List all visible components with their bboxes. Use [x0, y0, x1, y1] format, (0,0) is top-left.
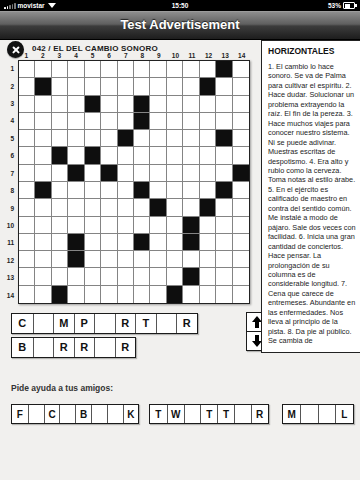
letter-tile: R [115, 338, 136, 357]
clock-label: 15:50 [0, 2, 360, 9]
white-cell[interactable] [118, 96, 134, 113]
white-cell[interactable] [233, 78, 249, 95]
letter-tile: M [53, 314, 74, 333]
letter-tile: T [150, 405, 167, 423]
white-cell[interactable] [216, 268, 232, 285]
white-cell[interactable] [85, 251, 101, 268]
white-cell[interactable] [118, 113, 134, 130]
share-word-twitter[interactable]: TWTTR [149, 404, 269, 424]
black-cell [134, 182, 150, 199]
white-cell[interactable] [19, 130, 35, 147]
white-cell[interactable] [19, 96, 35, 113]
white-cell[interactable] [19, 217, 35, 234]
white-cell[interactable] [167, 251, 183, 268]
black-cell [68, 251, 84, 268]
white-cell[interactable] [134, 147, 150, 164]
white-cell[interactable] [183, 165, 199, 182]
white-cell[interactable] [167, 61, 183, 78]
white-cell[interactable] [167, 130, 183, 147]
black-cell [52, 286, 68, 303]
white-cell[interactable] [216, 199, 232, 216]
white-cell[interactable] [118, 286, 134, 303]
letter-tile [59, 405, 75, 423]
letter-tile: T [217, 405, 234, 423]
col-label: 8 [134, 52, 151, 59]
row-label: 12 [0, 252, 15, 269]
white-cell[interactable] [101, 217, 117, 234]
col-label: 2 [35, 52, 52, 59]
white-cell[interactable] [52, 113, 68, 130]
white-cell[interactable] [68, 96, 84, 113]
white-cell[interactable] [183, 182, 199, 199]
white-cell[interactable] [167, 113, 183, 130]
white-cell[interactable] [233, 234, 249, 251]
white-cell[interactable] [52, 234, 68, 251]
black-cell [233, 165, 249, 182]
white-cell[interactable] [85, 61, 101, 78]
white-cell[interactable] [101, 130, 117, 147]
black-cell [68, 165, 84, 182]
white-cell[interactable] [200, 113, 216, 130]
white-cell[interactable] [150, 61, 166, 78]
row-label: 1 [0, 60, 15, 77]
white-cell[interactable] [68, 61, 84, 78]
white-cell[interactable] [19, 182, 35, 199]
letter-tile: M [283, 405, 300, 423]
letter-tile: P [74, 314, 95, 333]
white-cell[interactable] [183, 96, 199, 113]
white-cell[interactable] [118, 199, 134, 216]
share-word-mail[interactable]: ML [282, 404, 354, 424]
white-cell[interactable] [118, 234, 134, 251]
white-cell[interactable] [19, 268, 35, 285]
white-cell[interactable] [118, 78, 134, 95]
letter-tile: T [200, 405, 217, 423]
col-label: 5 [84, 52, 101, 59]
letter-tile: B [12, 338, 33, 357]
white-cell[interactable] [233, 113, 249, 130]
col-label: 1 [18, 52, 35, 59]
white-cell[interactable] [150, 147, 166, 164]
status-bar: movistar 15:50 53% [0, 0, 360, 11]
crossword-grid[interactable] [18, 60, 250, 304]
black-cell [68, 234, 84, 251]
white-cell[interactable] [233, 130, 249, 147]
letter-tile: R [251, 405, 268, 423]
col-labels: 1234567891011121314 [18, 52, 250, 59]
white-cell[interactable] [101, 78, 117, 95]
white-cell[interactable] [101, 113, 117, 130]
white-cell[interactable] [35, 217, 51, 234]
white-cell[interactable] [85, 130, 101, 147]
white-cell[interactable] [68, 286, 84, 303]
letter-tile [91, 405, 107, 423]
answer-strip-2: BRRR [11, 337, 136, 358]
white-cell[interactable] [118, 182, 134, 199]
black-cell [134, 234, 150, 251]
white-cell[interactable] [85, 217, 101, 234]
white-cell[interactable] [167, 96, 183, 113]
black-cell [216, 130, 232, 147]
white-cell[interactable] [216, 78, 232, 95]
white-cell[interactable] [150, 234, 166, 251]
white-cell[interactable] [52, 96, 68, 113]
letter-tile: R [74, 338, 95, 357]
white-cell[interactable] [35, 234, 51, 251]
white-cell[interactable] [200, 182, 216, 199]
black-cell [85, 96, 101, 113]
black-cell [167, 286, 183, 303]
white-cell[interactable] [68, 130, 84, 147]
ad-banner[interactable]: Test Advertisement [0, 11, 360, 40]
col-label: 11 [184, 52, 201, 59]
white-cell[interactable] [167, 268, 183, 285]
letter-tile [300, 405, 317, 423]
white-cell[interactable] [167, 182, 183, 199]
letter-tile: T [135, 314, 156, 333]
col-label: 7 [117, 52, 134, 59]
col-label: 10 [167, 52, 184, 59]
white-cell[interactable] [233, 268, 249, 285]
black-cell [200, 78, 216, 95]
white-cell[interactable] [183, 113, 199, 130]
white-cell[interactable] [52, 217, 68, 234]
letter-tile [33, 314, 54, 333]
white-cell[interactable] [19, 165, 35, 182]
white-cell[interactable] [19, 199, 35, 216]
row-label: 6 [0, 147, 15, 164]
white-cell[interactable] [183, 199, 199, 216]
letter-tile [28, 405, 44, 423]
white-cell[interactable] [134, 61, 150, 78]
white-cell[interactable] [52, 165, 68, 182]
share-label: Pide ayuda a tus amigos: [11, 383, 113, 393]
row-label: 3 [0, 95, 15, 112]
letter-tile [318, 405, 335, 423]
black-cell [183, 234, 199, 251]
white-cell[interactable] [183, 130, 199, 147]
white-cell[interactable] [118, 217, 134, 234]
white-cell[interactable] [134, 286, 150, 303]
col-label: 14 [233, 52, 250, 59]
white-cell[interactable] [233, 286, 249, 303]
white-cell[interactable] [150, 78, 166, 95]
white-cell[interactable] [52, 130, 68, 147]
white-cell[interactable] [118, 147, 134, 164]
white-cell[interactable] [35, 199, 51, 216]
white-cell[interactable] [19, 286, 35, 303]
white-cell[interactable] [200, 286, 216, 303]
white-cell[interactable] [200, 234, 216, 251]
white-cell[interactable] [85, 78, 101, 95]
white-cell[interactable] [68, 217, 84, 234]
white-cell[interactable] [35, 268, 51, 285]
white-cell[interactable] [216, 217, 232, 234]
white-cell[interactable] [134, 78, 150, 95]
white-cell[interactable] [134, 251, 150, 268]
white-cell[interactable] [233, 182, 249, 199]
white-cell[interactable] [216, 165, 232, 182]
white-cell[interactable] [167, 78, 183, 95]
white-cell[interactable] [85, 268, 101, 285]
white-cell[interactable] [200, 217, 216, 234]
white-cell[interactable] [85, 113, 101, 130]
white-cell[interactable] [216, 286, 232, 303]
white-cell[interactable] [52, 268, 68, 285]
white-cell[interactable] [52, 78, 68, 95]
white-cell[interactable] [233, 147, 249, 164]
black-cell [118, 130, 134, 147]
white-cell[interactable] [134, 130, 150, 147]
white-cell[interactable] [150, 251, 166, 268]
black-cell [200, 199, 216, 216]
letter-tile: R [176, 314, 197, 333]
white-cell[interactable] [19, 147, 35, 164]
white-cell[interactable] [183, 147, 199, 164]
white-cell[interactable] [35, 251, 51, 268]
letter-tile [33, 338, 54, 357]
white-cell[interactable] [233, 61, 249, 78]
black-cell [183, 217, 199, 234]
white-cell[interactable] [85, 165, 101, 182]
answer-strip-1: CMPRTR [11, 313, 198, 334]
black-cell [101, 165, 117, 182]
white-cell[interactable] [19, 113, 35, 130]
white-cell[interactable] [68, 268, 84, 285]
white-cell[interactable] [216, 96, 232, 113]
battery-icon [343, 2, 355, 9]
white-cell[interactable] [183, 286, 199, 303]
white-cell[interactable] [216, 147, 232, 164]
white-cell[interactable] [101, 182, 117, 199]
white-cell[interactable] [134, 268, 150, 285]
white-cell[interactable] [150, 182, 166, 199]
letter-tile: R [53, 338, 74, 357]
row-label: 13 [0, 269, 15, 286]
col-label: 13 [217, 52, 234, 59]
white-cell[interactable] [167, 234, 183, 251]
white-cell[interactable] [19, 78, 35, 95]
letter-tile: R [115, 314, 136, 333]
white-cell[interactable] [167, 165, 183, 182]
share-word-facebook[interactable]: FCBK [11, 404, 139, 424]
white-cell[interactable] [150, 286, 166, 303]
white-cell[interactable] [150, 217, 166, 234]
row-label: 9 [0, 199, 15, 216]
white-cell[interactable] [233, 199, 249, 216]
white-cell[interactable] [118, 268, 134, 285]
letter-tile: B [75, 405, 91, 423]
white-cell[interactable] [150, 113, 166, 130]
letter-tile: K [123, 405, 139, 423]
white-cell[interactable] [101, 96, 117, 113]
white-cell[interactable] [35, 96, 51, 113]
white-cell[interactable] [35, 61, 51, 78]
white-cell[interactable] [19, 61, 35, 78]
white-cell[interactable] [68, 113, 84, 130]
white-cell[interactable] [101, 199, 117, 216]
white-cell[interactable] [68, 199, 84, 216]
white-cell[interactable] [101, 251, 117, 268]
white-cell[interactable] [134, 217, 150, 234]
black-cell [216, 61, 232, 78]
white-cell[interactable] [167, 217, 183, 234]
white-cell[interactable] [101, 268, 117, 285]
white-cell[interactable] [101, 286, 117, 303]
white-cell[interactable] [233, 217, 249, 234]
white-cell[interactable] [200, 165, 216, 182]
black-cell [52, 147, 68, 164]
clues-panel: HORIZONTALES 1. El cambio lo hace sonoro… [261, 40, 360, 353]
white-cell[interactable] [19, 234, 35, 251]
row-label: 5 [0, 130, 15, 147]
white-cell[interactable] [35, 286, 51, 303]
white-cell[interactable] [85, 286, 101, 303]
row-label: 10 [0, 217, 15, 234]
letter-tile [94, 338, 115, 357]
white-cell[interactable] [233, 96, 249, 113]
ad-banner-title: Test Advertisement [120, 17, 239, 32]
row-label: 4 [0, 112, 15, 129]
letter-tile [107, 405, 123, 423]
white-cell[interactable] [68, 147, 84, 164]
white-cell[interactable] [200, 61, 216, 78]
white-cell[interactable] [183, 78, 199, 95]
row-label: 7 [0, 165, 15, 182]
row-label: 11 [0, 234, 15, 251]
row-label: 14 [0, 287, 15, 304]
white-cell[interactable] [134, 165, 150, 182]
white-cell[interactable] [150, 268, 166, 285]
white-cell[interactable] [101, 147, 117, 164]
letter-tile [156, 314, 177, 333]
white-cell[interactable] [52, 199, 68, 216]
col-label: 9 [151, 52, 168, 59]
white-cell[interactable] [167, 199, 183, 216]
white-cell[interactable] [118, 165, 134, 182]
white-cell[interactable] [52, 61, 68, 78]
black-cell [35, 182, 51, 199]
white-cell[interactable] [150, 96, 166, 113]
white-cell[interactable] [183, 61, 199, 78]
black-cell [216, 182, 232, 199]
white-cell[interactable] [200, 251, 216, 268]
white-cell[interactable] [35, 165, 51, 182]
white-cell[interactable] [216, 113, 232, 130]
white-cell[interactable] [101, 61, 117, 78]
black-cell [183, 268, 199, 285]
row-label: 2 [0, 77, 15, 94]
white-cell[interactable] [216, 234, 232, 251]
white-cell[interactable] [35, 147, 51, 164]
letter-tile: L [335, 405, 352, 423]
white-cell[interactable] [52, 251, 68, 268]
white-cell[interactable] [52, 182, 68, 199]
letter-tile: F [12, 405, 28, 423]
white-cell[interactable] [68, 182, 84, 199]
white-cell[interactable] [200, 268, 216, 285]
white-cell[interactable] [68, 78, 84, 95]
white-cell[interactable] [35, 113, 51, 130]
white-cell[interactable] [118, 61, 134, 78]
letter-tile [184, 405, 201, 423]
letter-tile [94, 314, 115, 333]
white-cell[interactable] [233, 251, 249, 268]
white-cell[interactable] [200, 130, 216, 147]
black-cell [134, 96, 150, 113]
white-cell[interactable] [19, 251, 35, 268]
white-cell[interactable] [183, 251, 199, 268]
letter-tile: W [167, 405, 184, 423]
letter-tile: C [44, 405, 60, 423]
col-label: 3 [51, 52, 68, 59]
white-cell[interactable] [150, 130, 166, 147]
letter-tile: C [12, 314, 33, 333]
col-label: 6 [101, 52, 118, 59]
col-label: 4 [68, 52, 85, 59]
letter-tile [234, 405, 251, 423]
white-cell[interactable] [85, 199, 101, 216]
white-cell[interactable] [200, 147, 216, 164]
white-cell[interactable] [85, 234, 101, 251]
white-cell[interactable] [216, 251, 232, 268]
row-labels: 1234567891011121314 [0, 60, 15, 304]
clues-text: 1. El cambio lo hace sonoro. Se va de Pa… [268, 62, 356, 346]
black-cell [150, 199, 166, 216]
row-label: 8 [0, 182, 15, 199]
white-cell[interactable] [134, 199, 150, 216]
clues-heading: HORIZONTALES [268, 46, 356, 56]
black-cell [134, 113, 150, 130]
white-cell[interactable] [35, 130, 51, 147]
white-cell[interactable] [118, 251, 134, 268]
black-cell [35, 78, 51, 95]
col-label: 12 [200, 52, 217, 59]
black-cell [85, 147, 101, 164]
white-cell[interactable] [101, 234, 117, 251]
white-cell[interactable] [150, 165, 166, 182]
white-cell[interactable] [85, 182, 101, 199]
white-cell[interactable] [167, 147, 183, 164]
white-cell[interactable] [200, 96, 216, 113]
